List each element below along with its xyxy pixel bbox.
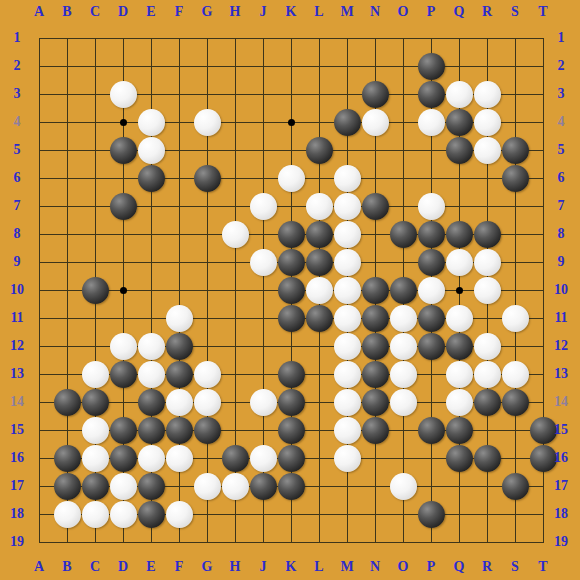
white-stone — [166, 305, 193, 332]
black-stone — [362, 277, 389, 304]
row-label-right: 17 — [546, 477, 576, 495]
white-stone — [446, 305, 473, 332]
black-stone — [110, 361, 137, 388]
column-label-bottom: R — [472, 558, 502, 576]
column-label-top: N — [360, 3, 390, 21]
white-stone — [138, 109, 165, 136]
white-stone — [418, 193, 445, 220]
white-stone — [222, 473, 249, 500]
column-label-top: P — [416, 3, 446, 21]
black-stone — [278, 305, 305, 332]
black-stone — [306, 305, 333, 332]
white-stone — [110, 501, 137, 528]
white-stone — [474, 333, 501, 360]
black-stone — [362, 417, 389, 444]
black-stone — [446, 221, 473, 248]
black-stone — [362, 333, 389, 360]
white-stone — [110, 473, 137, 500]
black-stone — [166, 333, 193, 360]
row-label-left: 4 — [2, 113, 32, 131]
white-stone — [474, 277, 501, 304]
white-stone — [474, 137, 501, 164]
black-stone — [474, 389, 501, 416]
black-stone — [306, 249, 333, 276]
row-label-left: 9 — [2, 253, 32, 271]
column-label-bottom: L — [304, 558, 334, 576]
white-stone — [250, 193, 277, 220]
white-stone — [194, 361, 221, 388]
white-stone — [306, 193, 333, 220]
white-stone — [390, 361, 417, 388]
white-stone — [334, 305, 361, 332]
white-stone — [250, 249, 277, 276]
white-stone — [334, 417, 361, 444]
column-label-top: G — [192, 3, 222, 21]
column-label-bottom: P — [416, 558, 446, 576]
black-stone — [362, 81, 389, 108]
column-label-bottom: D — [108, 558, 138, 576]
white-stone — [334, 249, 361, 276]
white-stone — [166, 501, 193, 528]
white-stone — [82, 361, 109, 388]
column-label-top: S — [500, 3, 530, 21]
column-label-top: B — [52, 3, 82, 21]
white-stone — [194, 473, 221, 500]
white-stone — [110, 333, 137, 360]
white-stone — [418, 109, 445, 136]
row-label-left: 15 — [2, 421, 32, 439]
column-label-bottom: M — [332, 558, 362, 576]
row-label-right: 11 — [546, 309, 576, 327]
column-label-top: L — [304, 3, 334, 21]
row-label-right: 19 — [546, 533, 576, 551]
black-stone — [250, 473, 277, 500]
black-stone — [446, 417, 473, 444]
white-stone — [390, 389, 417, 416]
black-stone — [110, 137, 137, 164]
white-stone — [446, 81, 473, 108]
black-stone — [138, 501, 165, 528]
row-label-left: 5 — [2, 141, 32, 159]
black-stone — [418, 249, 445, 276]
white-stone — [194, 109, 221, 136]
row-label-right: 16 — [546, 449, 576, 467]
white-stone — [54, 501, 81, 528]
black-stone — [194, 417, 221, 444]
white-stone — [334, 193, 361, 220]
column-label-bottom: K — [276, 558, 306, 576]
black-stone — [166, 361, 193, 388]
white-stone — [446, 361, 473, 388]
column-label-bottom: C — [80, 558, 110, 576]
column-label-top: E — [136, 3, 166, 21]
black-stone — [306, 221, 333, 248]
row-label-left: 1 — [2, 29, 32, 47]
row-label-right: 2 — [546, 57, 576, 75]
row-label-right: 13 — [546, 365, 576, 383]
row-label-right: 10 — [546, 281, 576, 299]
black-stone — [418, 53, 445, 80]
column-label-bottom: E — [136, 558, 166, 576]
row-label-right: 15 — [546, 421, 576, 439]
white-stone — [390, 333, 417, 360]
row-label-left: 14 — [2, 393, 32, 411]
black-stone — [502, 165, 529, 192]
black-stone — [418, 81, 445, 108]
white-stone — [250, 445, 277, 472]
column-label-bottom: B — [52, 558, 82, 576]
white-stone — [334, 165, 361, 192]
white-stone — [110, 81, 137, 108]
black-stone — [278, 445, 305, 472]
row-label-right: 6 — [546, 169, 576, 187]
row-label-right: 12 — [546, 337, 576, 355]
star-point — [120, 287, 127, 294]
white-stone — [138, 445, 165, 472]
black-stone — [222, 445, 249, 472]
row-label-left: 16 — [2, 449, 32, 467]
column-label-bottom: J — [248, 558, 278, 576]
column-label-bottom: H — [220, 558, 250, 576]
column-label-top: F — [164, 3, 194, 21]
column-label-bottom: O — [388, 558, 418, 576]
column-label-bottom: T — [528, 558, 558, 576]
black-stone — [82, 277, 109, 304]
white-stone — [278, 165, 305, 192]
white-stone — [82, 417, 109, 444]
row-label-left: 18 — [2, 505, 32, 523]
white-stone — [446, 249, 473, 276]
black-stone — [278, 361, 305, 388]
white-stone — [250, 389, 277, 416]
black-stone — [362, 361, 389, 388]
row-label-right: 8 — [546, 225, 576, 243]
black-stone — [362, 389, 389, 416]
black-stone — [278, 417, 305, 444]
black-stone — [194, 165, 221, 192]
row-label-left: 13 — [2, 365, 32, 383]
black-stone — [474, 445, 501, 472]
row-label-right: 18 — [546, 505, 576, 523]
row-label-right: 7 — [546, 197, 576, 215]
black-stone — [278, 389, 305, 416]
row-label-right: 9 — [546, 253, 576, 271]
black-stone — [502, 389, 529, 416]
white-stone — [474, 249, 501, 276]
white-stone — [418, 277, 445, 304]
black-stone — [502, 473, 529, 500]
white-stone — [138, 361, 165, 388]
black-stone — [278, 221, 305, 248]
column-label-top: J — [248, 3, 278, 21]
white-stone — [222, 221, 249, 248]
row-label-left: 11 — [2, 309, 32, 327]
white-stone — [306, 277, 333, 304]
star-point — [120, 119, 127, 126]
white-stone — [502, 305, 529, 332]
white-stone — [334, 333, 361, 360]
white-stone — [166, 445, 193, 472]
row-label-right: 4 — [546, 113, 576, 131]
column-label-top: K — [276, 3, 306, 21]
black-stone — [362, 193, 389, 220]
black-stone — [418, 221, 445, 248]
black-stone — [306, 137, 333, 164]
white-stone — [474, 109, 501, 136]
black-stone — [446, 333, 473, 360]
black-stone — [278, 473, 305, 500]
row-label-left: 8 — [2, 225, 32, 243]
black-stone — [82, 389, 109, 416]
black-stone — [446, 109, 473, 136]
black-stone — [138, 473, 165, 500]
white-stone — [334, 445, 361, 472]
column-label-top: R — [472, 3, 502, 21]
column-label-top: A — [24, 3, 54, 21]
column-label-bottom: A — [24, 558, 54, 576]
black-stone — [502, 137, 529, 164]
white-stone — [82, 501, 109, 528]
row-label-left: 2 — [2, 57, 32, 75]
column-label-top: C — [80, 3, 110, 21]
column-label-top: M — [332, 3, 362, 21]
row-label-left: 7 — [2, 197, 32, 215]
row-label-right: 14 — [546, 393, 576, 411]
black-stone — [446, 137, 473, 164]
white-stone — [446, 389, 473, 416]
row-label-right: 5 — [546, 141, 576, 159]
white-stone — [390, 305, 417, 332]
column-label-top: H — [220, 3, 250, 21]
white-stone — [334, 221, 361, 248]
column-label-bottom: Q — [444, 558, 474, 576]
white-stone — [334, 277, 361, 304]
black-stone — [138, 165, 165, 192]
black-stone — [278, 277, 305, 304]
black-stone — [54, 445, 81, 472]
black-stone — [390, 277, 417, 304]
white-stone — [334, 389, 361, 416]
black-stone — [418, 305, 445, 332]
row-label-left: 6 — [2, 169, 32, 187]
black-stone — [110, 445, 137, 472]
black-stone — [278, 249, 305, 276]
white-stone — [138, 137, 165, 164]
black-stone — [138, 389, 165, 416]
black-stone — [138, 417, 165, 444]
column-label-bottom: F — [164, 558, 194, 576]
white-stone — [82, 445, 109, 472]
black-stone — [82, 473, 109, 500]
column-label-top: D — [108, 3, 138, 21]
row-label-left: 10 — [2, 281, 32, 299]
black-stone — [390, 221, 417, 248]
row-label-left: 19 — [2, 533, 32, 551]
row-label-left: 12 — [2, 337, 32, 355]
black-stone — [110, 193, 137, 220]
white-stone — [194, 389, 221, 416]
white-stone — [390, 473, 417, 500]
column-label-top: O — [388, 3, 418, 21]
column-label-top: T — [528, 3, 558, 21]
black-stone — [418, 417, 445, 444]
white-stone — [474, 361, 501, 388]
column-label-bottom: N — [360, 558, 390, 576]
column-label-top: Q — [444, 3, 474, 21]
row-label-left: 17 — [2, 477, 32, 495]
white-stone — [138, 333, 165, 360]
black-stone — [110, 417, 137, 444]
black-stone — [418, 333, 445, 360]
white-stone — [502, 361, 529, 388]
row-label-right: 3 — [546, 85, 576, 103]
white-stone — [474, 81, 501, 108]
star-point — [456, 287, 463, 294]
column-label-bottom: S — [500, 558, 530, 576]
black-stone — [418, 501, 445, 528]
black-stone — [54, 473, 81, 500]
go-board[interactable]: AABBCCDDEEFFGGHHJJKKLLMMNNOOPPQQRRSSTT11… — [0, 0, 580, 580]
black-stone — [166, 417, 193, 444]
black-stone — [334, 109, 361, 136]
white-stone — [334, 361, 361, 388]
row-label-right: 1 — [546, 29, 576, 47]
black-stone — [54, 389, 81, 416]
star-point — [288, 119, 295, 126]
column-label-bottom: G — [192, 558, 222, 576]
row-label-left: 3 — [2, 85, 32, 103]
black-stone — [474, 221, 501, 248]
white-stone — [362, 109, 389, 136]
black-stone — [446, 445, 473, 472]
white-stone — [166, 389, 193, 416]
black-stone — [362, 305, 389, 332]
